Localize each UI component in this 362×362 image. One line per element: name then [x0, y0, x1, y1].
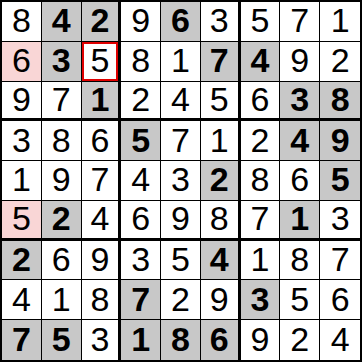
- cell-digit: 4: [52, 3, 71, 37]
- cell-digit: 2: [210, 162, 229, 196]
- cell-r6c8[interactable]: 1: [280, 201, 320, 241]
- cell-r4c4[interactable]: 5: [121, 121, 161, 161]
- cell-r3c6[interactable]: 5: [201, 82, 241, 122]
- cell-digit: 4: [90, 201, 109, 235]
- cell-digit: 6: [290, 162, 309, 196]
- cell-digit: 2: [171, 282, 190, 316]
- cell-r2c5[interactable]: 1: [161, 42, 201, 82]
- cell-digit: 9: [290, 43, 309, 77]
- cell-digit: 2: [251, 123, 270, 157]
- cell-digit: 4: [290, 123, 309, 157]
- cell-r7c5[interactable]: 5: [161, 241, 201, 281]
- cell-r9c7[interactable]: 9: [241, 320, 281, 360]
- cell-digit: 1: [131, 322, 150, 356]
- cell-r1c8[interactable]: 7: [280, 2, 320, 42]
- cell-r8c3[interactable]: 8: [82, 280, 122, 320]
- cell-r4c5[interactable]: 7: [161, 121, 201, 161]
- cell-digit: 2: [12, 242, 31, 276]
- cell-r1c3[interactable]: 2: [82, 2, 122, 42]
- cell-r8c6[interactable]: 9: [201, 280, 241, 320]
- cell-r5c7[interactable]: 8: [241, 161, 281, 201]
- cell-digit: 7: [131, 282, 150, 316]
- cell-digit: 5: [171, 242, 190, 276]
- cell-digit: 1: [171, 43, 190, 77]
- cell-r6c7[interactable]: 7: [241, 201, 281, 241]
- cell-digit: 6: [171, 3, 190, 37]
- cell-r1c4[interactable]: 9: [121, 2, 161, 42]
- cell-digit: 3: [131, 242, 150, 276]
- cell-digit: 3: [251, 282, 270, 316]
- cell-digit: 8: [52, 123, 71, 157]
- cell-r6c3[interactable]: 4: [82, 201, 122, 241]
- cell-digit: 6: [251, 82, 270, 116]
- cell-digit: 9: [251, 322, 270, 356]
- cell-r3c5[interactable]: 4: [161, 82, 201, 122]
- cell-digit: 2: [290, 322, 309, 356]
- cell-r9c6[interactable]: 6: [201, 320, 241, 360]
- cell-digit: 4: [331, 322, 350, 356]
- cell-digit: 9: [131, 3, 150, 37]
- cell-r3c4[interactable]: 2: [121, 82, 161, 122]
- cell-r7c2[interactable]: 6: [42, 241, 82, 281]
- cell-digit: 8: [331, 82, 350, 116]
- cell-digit: 4: [210, 242, 229, 276]
- cell-r7c7[interactable]: 1: [241, 241, 281, 281]
- cell-digit: 4: [12, 282, 31, 316]
- cell-digit: 3: [171, 162, 190, 196]
- cell-digit: 3: [290, 82, 309, 116]
- cell-r7c4[interactable]: 3: [121, 241, 161, 281]
- cell-r8c4[interactable]: 7: [121, 280, 161, 320]
- cell-digit: 9: [52, 162, 71, 196]
- cell-r5c2[interactable]: 9: [42, 161, 82, 201]
- cell-digit: 1: [12, 162, 31, 196]
- cell-r6c6[interactable]: 8: [201, 201, 241, 241]
- cell-r2c8[interactable]: 9: [280, 42, 320, 82]
- cell-r2c7[interactable]: 4: [241, 42, 281, 82]
- cell-r9c2[interactable]: 5: [42, 320, 82, 360]
- cell-r5c9[interactable]: 5: [320, 161, 360, 201]
- cell-digit: 7: [210, 43, 229, 77]
- cell-r1c2[interactable]: 4: [42, 2, 82, 42]
- cell-r9c3[interactable]: 3: [82, 320, 122, 360]
- cell-digit: 1: [290, 201, 309, 235]
- cell-r2c1[interactable]: 6: [2, 42, 42, 82]
- cell-digit: 7: [331, 242, 350, 276]
- cell-digit: 7: [90, 162, 109, 196]
- cell-digit: 7: [171, 123, 190, 157]
- cell-r1c1[interactable]: 8: [2, 2, 42, 42]
- cell-digit: 5: [331, 162, 350, 196]
- cell-r8c7[interactable]: 3: [241, 280, 281, 320]
- cell-digit: 8: [131, 43, 150, 77]
- cell-digit: 4: [171, 82, 190, 116]
- cell-r6c5[interactable]: 9: [161, 201, 201, 241]
- cell-digit: 8: [210, 201, 229, 235]
- cell-digit: 5: [52, 322, 71, 356]
- cell-r3c8[interactable]: 3: [280, 82, 320, 122]
- cell-digit: 3: [90, 322, 109, 356]
- cell-r8c9[interactable]: 6: [320, 280, 360, 320]
- cell-r1c5[interactable]: 6: [161, 2, 201, 42]
- cell-digit: 9: [12, 82, 31, 116]
- cell-r5c4[interactable]: 4: [121, 161, 161, 201]
- cell-digit: 8: [90, 282, 109, 316]
- cell-digit: 6: [52, 242, 71, 276]
- cell-r4c2[interactable]: 8: [42, 121, 82, 161]
- cell-r1c7[interactable]: 5: [241, 2, 281, 42]
- cell-digit: 1: [52, 282, 71, 316]
- cell-r4c9[interactable]: 9: [320, 121, 360, 161]
- sudoku-board: 8429635716358174929712456383865712491974…: [0, 0, 362, 362]
- cell-digit: 7: [52, 82, 71, 116]
- cell-digit: 3: [331, 201, 350, 235]
- cell-r4c6[interactable]: 1: [201, 121, 241, 161]
- cell-digit: 5: [210, 82, 229, 116]
- cell-digit: 8: [12, 3, 31, 37]
- cell-digit: 9: [90, 242, 109, 276]
- cell-digit: 7: [12, 322, 31, 356]
- cell-digit: 6: [131, 201, 150, 235]
- cell-digit: 1: [210, 123, 229, 157]
- cell-r7c9[interactable]: 7: [320, 241, 360, 281]
- cell-r3c2[interactable]: 7: [42, 82, 82, 122]
- cell-digit: 3: [210, 3, 229, 37]
- cell-r3c1[interactable]: 9: [2, 82, 42, 122]
- cell-digit: 8: [290, 242, 309, 276]
- cell-r2c3[interactable]: 5: [82, 42, 122, 82]
- cell-r5c8[interactable]: 6: [280, 161, 320, 201]
- cell-r8c8[interactable]: 5: [280, 280, 320, 320]
- cell-digit: 9: [171, 201, 190, 235]
- cell-r9c4[interactable]: 1: [121, 320, 161, 360]
- cell-digit: 5: [12, 201, 31, 235]
- cell-r1c6[interactable]: 3: [201, 2, 241, 42]
- cell-digit: 5: [131, 123, 150, 157]
- cell-digit: 5: [290, 282, 309, 316]
- cell-r8c1[interactable]: 4: [2, 280, 42, 320]
- cell-r7c3[interactable]: 9: [82, 241, 122, 281]
- cell-r4c1[interactable]: 3: [2, 121, 42, 161]
- cell-digit: 7: [290, 3, 309, 37]
- cell-r9c8[interactable]: 2: [280, 320, 320, 360]
- cell-digit: 1: [90, 82, 109, 116]
- cell-r8c2[interactable]: 1: [42, 280, 82, 320]
- cell-r3c7[interactable]: 6: [241, 82, 281, 122]
- cell-digit: 6: [90, 123, 109, 157]
- cell-digit: 4: [131, 162, 150, 196]
- cell-r6c2[interactable]: 2: [42, 201, 82, 241]
- cell-r7c8[interactable]: 8: [280, 241, 320, 281]
- cell-r6c1[interactable]: 5: [2, 201, 42, 241]
- cell-r7c6[interactable]: 4: [201, 241, 241, 281]
- cell-digit: 5: [251, 3, 270, 37]
- cell-digit: 6: [12, 43, 31, 77]
- cell-r7c1[interactable]: 2: [2, 241, 42, 281]
- cell-r4c3[interactable]: 6: [82, 121, 122, 161]
- cell-r5c5[interactable]: 3: [161, 161, 201, 201]
- cell-digit: 6: [210, 322, 229, 356]
- cell-r9c5[interactable]: 8: [161, 320, 201, 360]
- cell-digit: 2: [331, 43, 350, 77]
- cell-r4c8[interactable]: 4: [280, 121, 320, 161]
- cell-r4c7[interactable]: 2: [241, 121, 281, 161]
- cell-digit: 8: [251, 162, 270, 196]
- cell-digit: 7: [251, 201, 270, 235]
- cell-digit: 6: [331, 282, 350, 316]
- cell-digit: 9: [331, 123, 350, 157]
- cell-digit: 9: [210, 282, 229, 316]
- cell-digit: 3: [12, 123, 31, 157]
- cell-r2c2[interactable]: 3: [42, 42, 82, 82]
- cell-r5c6[interactable]: 2: [201, 161, 241, 201]
- cell-r1c9[interactable]: 1: [320, 2, 360, 42]
- cell-r9c1[interactable]: 7: [2, 320, 42, 360]
- cell-digit: 1: [251, 242, 270, 276]
- cell-digit: 2: [90, 3, 109, 37]
- cell-r2c6[interactable]: 7: [201, 42, 241, 82]
- cell-r9c9[interactable]: 4: [320, 320, 360, 360]
- cell-r3c9[interactable]: 8: [320, 82, 360, 122]
- cell-r3c3[interactable]: 1: [82, 82, 122, 122]
- cell-r6c4[interactable]: 6: [121, 201, 161, 241]
- cell-r8c5[interactable]: 2: [161, 280, 201, 320]
- cell-r5c3[interactable]: 7: [82, 161, 122, 201]
- cell-r2c4[interactable]: 8: [121, 42, 161, 82]
- cell-r5c1[interactable]: 1: [2, 161, 42, 201]
- cell-digit: 1: [331, 3, 350, 37]
- cell-r6c9[interactable]: 3: [320, 201, 360, 241]
- cell-digit: 8: [171, 322, 190, 356]
- cell-digit: 2: [52, 201, 71, 235]
- cell-digit: 5: [90, 43, 109, 77]
- cell-digit: 2: [131, 82, 150, 116]
- cell-digit: 3: [52, 43, 71, 77]
- cell-digit: 4: [251, 43, 270, 77]
- cell-r2c9[interactable]: 2: [320, 42, 360, 82]
